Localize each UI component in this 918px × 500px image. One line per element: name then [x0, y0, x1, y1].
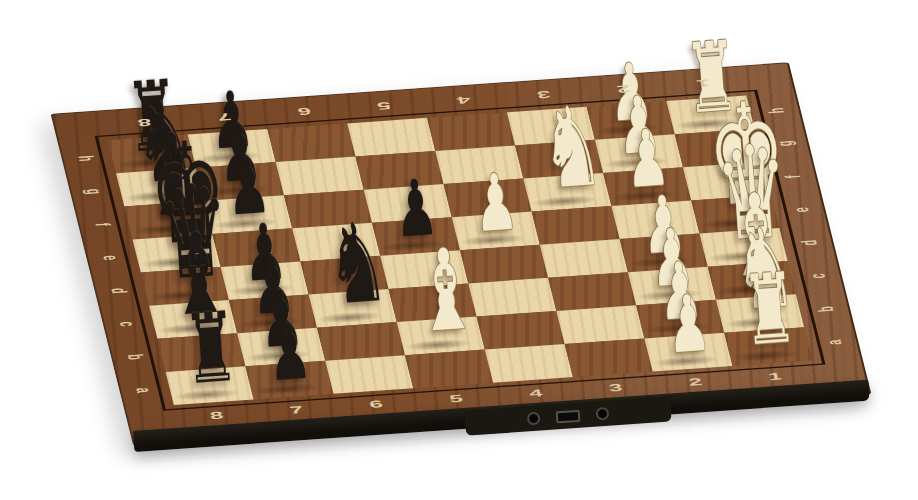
square-e7 — [212, 228, 300, 267]
square-f7: ♟ — [204, 195, 292, 234]
product-photo: ♜♟♟♜♞♟♟♝♟♞♟♚♟♟♚♛♟♟♛♝♟♞♟♝♟♝♟♞♜♟♟♜ 8877665… — [0, 0, 918, 500]
rank-label-far: 2 — [614, 83, 631, 96]
square-h1: ♜ — [666, 96, 754, 135]
square-d6 — [300, 256, 388, 295]
playing-squares: ♜♟♟♜♞♟♟♝♟♞♟♚♟♟♚♛♟♟♛♝♟♞♟♝♟♝♟♞♜♟♟♜ — [108, 96, 812, 405]
square-f2: ♟ — [603, 167, 691, 206]
square-g4 — [435, 145, 523, 184]
square-e8: ♚ — [133, 234, 221, 273]
square-e4: ♟ — [452, 212, 540, 251]
file-label-right: h — [764, 107, 789, 114]
rank-label-far: 4 — [455, 94, 472, 107]
square-g7: ♟ — [196, 162, 284, 201]
square-g2: ♟ — [595, 134, 683, 173]
audio-jack-icon — [595, 407, 609, 421]
file-label-left: f — [90, 222, 115, 227]
square-h4 — [427, 112, 515, 151]
file-label-right: d — [797, 239, 822, 246]
square-a4 — [485, 344, 573, 383]
rank-label-near: 6 — [368, 398, 385, 411]
rank-label-far: 6 — [295, 105, 312, 118]
square-b7: ♟ — [237, 328, 325, 367]
file-label-left: d — [106, 287, 131, 294]
rank-label-far: 5 — [375, 99, 392, 112]
rank-label-far: 3 — [534, 88, 551, 101]
square-c1: ♝ — [708, 261, 796, 300]
square-a5 — [405, 350, 493, 389]
square-f6 — [284, 190, 372, 229]
audio-jack-icon — [526, 412, 540, 426]
square-c5 — [389, 283, 477, 322]
rank-label-near: 3 — [607, 381, 624, 394]
square-d5 — [380, 250, 468, 289]
file-label-left: h — [73, 155, 98, 162]
rank-label-near: 8 — [208, 409, 225, 422]
rank-label-near: 5 — [448, 392, 465, 405]
rank-label-far: 1 — [694, 77, 711, 90]
file-label-right: g — [772, 140, 797, 147]
square-d1: ♛ — [699, 228, 787, 267]
square-a6 — [325, 355, 413, 394]
square-h7: ♟ — [188, 129, 276, 168]
file-label-right: b — [813, 305, 838, 312]
square-e1: ♚ — [691, 195, 779, 234]
file-label-left: b — [123, 353, 148, 360]
piece-black-rook: ♜ — [123, 67, 179, 166]
square-f5 — [364, 184, 452, 223]
square-b5: ♝ — [397, 316, 485, 355]
piece-white-rook: ♜ — [682, 28, 738, 127]
square-g6 — [276, 157, 364, 196]
square-h5 — [347, 118, 435, 157]
square-c4 — [468, 278, 556, 317]
rank-label-near: 1 — [767, 370, 784, 383]
square-f1 — [683, 162, 771, 201]
file-label-right: a — [821, 339, 846, 346]
file-label-left: c — [115, 321, 140, 328]
rank-label-near: 2 — [687, 376, 704, 389]
usb-port-icon — [555, 409, 580, 423]
square-h6 — [267, 123, 355, 162]
square-c6: ♞ — [309, 289, 397, 328]
square-g1 — [675, 129, 763, 168]
file-label-right: c — [805, 272, 830, 279]
square-d4 — [460, 245, 548, 284]
rank-label-far: 7 — [215, 111, 232, 124]
square-g5 — [356, 151, 444, 190]
file-label-right: f — [780, 174, 805, 179]
file-label-left: a — [131, 387, 156, 394]
square-b1: ♞ — [716, 294, 804, 333]
file-label-left: e — [98, 254, 123, 261]
square-a1: ♜ — [724, 327, 812, 366]
square-a7: ♟ — [245, 361, 333, 400]
square-d7: ♟ — [221, 261, 309, 300]
rank-label-near: 7 — [288, 404, 305, 417]
file-label-left: g — [82, 188, 107, 195]
file-label-right: e — [788, 206, 813, 213]
rank-label-far: 8 — [135, 116, 152, 129]
rank-label-near: 4 — [528, 387, 545, 400]
square-b4 — [477, 311, 565, 350]
square-e3 — [532, 206, 620, 245]
